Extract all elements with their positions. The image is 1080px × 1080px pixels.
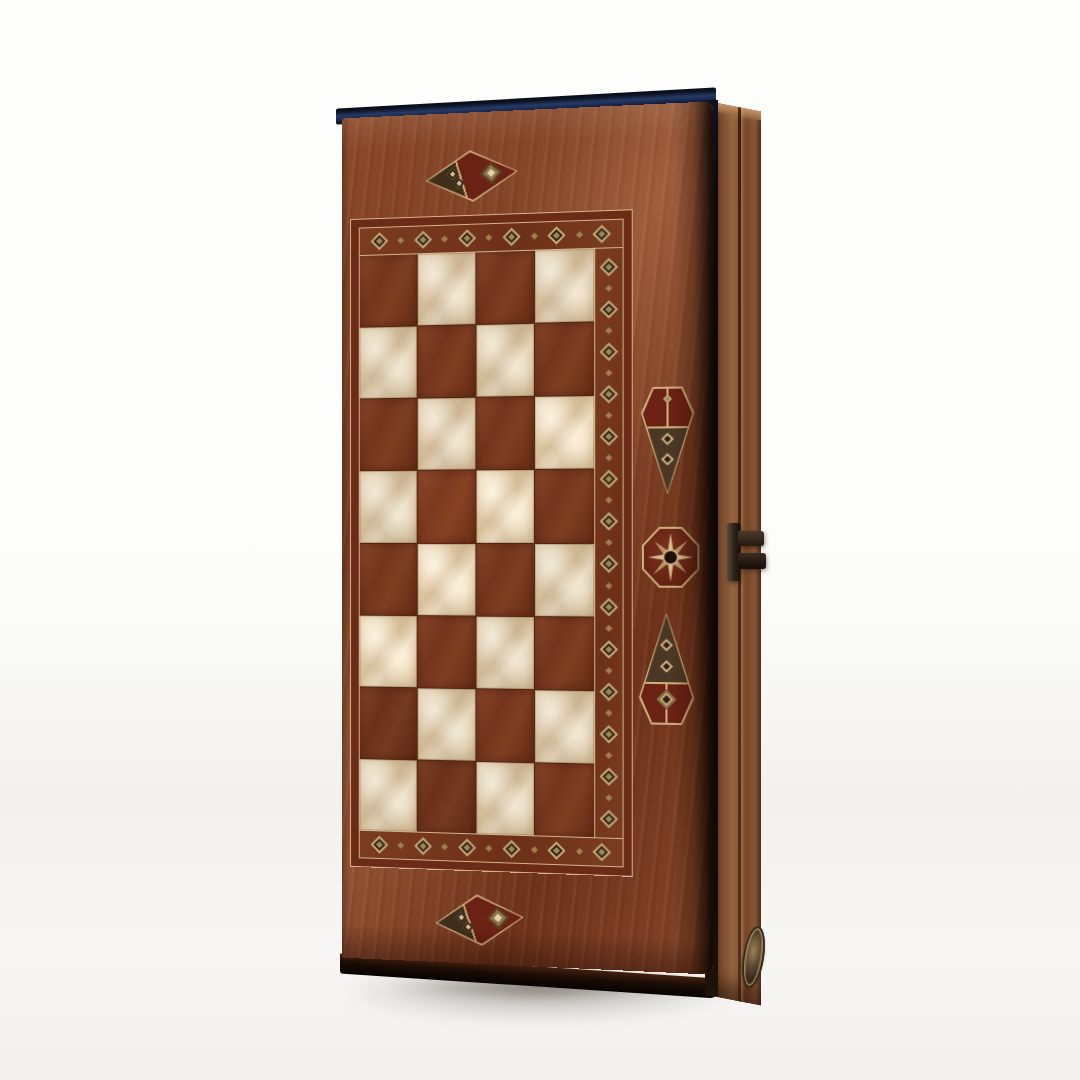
- board-square: [417, 688, 475, 761]
- board-square: [476, 470, 534, 542]
- band-dot-inlay: [605, 582, 612, 589]
- band-diamond-inlay: [600, 682, 619, 701]
- band-dot-inlay: [397, 842, 404, 849]
- inlay-checker-diamond: [447, 169, 458, 180]
- board-square: [476, 397, 534, 470]
- board-square: [360, 687, 417, 759]
- ornament-band-right: [594, 248, 622, 838]
- band-dot-inlay: [605, 794, 612, 801]
- inlay-checker-diamond: [454, 178, 465, 189]
- band-diamond-inlay: [593, 843, 612, 862]
- bottom-diamond-inlay: [433, 891, 527, 948]
- band-diamond-inlay: [600, 258, 619, 277]
- band-dot-inlay: [605, 285, 612, 292]
- board-square: [360, 543, 417, 614]
- band-dot-inlay: [605, 539, 612, 546]
- board-square: [417, 471, 475, 543]
- inlay-divider: [643, 426, 692, 429]
- inlay-eye-diamond: [661, 432, 674, 445]
- inlay-fill: [426, 147, 518, 204]
- band-diamond-inlay: [600, 725, 619, 744]
- band-diamond-inlay: [414, 231, 432, 249]
- board-square: [417, 325, 475, 398]
- band-dot-inlay: [486, 234, 493, 241]
- board-square: [535, 249, 594, 323]
- band-diamond-inlay: [600, 555, 619, 574]
- band-diamond-inlay: [503, 840, 521, 858]
- board-square: [360, 759, 417, 832]
- band-diamond-inlay: [593, 225, 612, 244]
- inlay-checker-diamond: [456, 912, 467, 923]
- band-dot-inlay: [605, 412, 612, 419]
- board-square: [360, 254, 417, 327]
- band-dot-inlay: [441, 843, 448, 850]
- band-dot-inlay: [397, 237, 404, 244]
- band-diamond-inlay: [547, 226, 565, 244]
- band-diamond-inlay: [547, 841, 565, 859]
- case-front-face: [342, 101, 712, 974]
- board-and-right-band: [360, 248, 623, 838]
- board-square: [476, 251, 534, 325]
- band-diamond-inlay: [600, 597, 619, 616]
- inlay-square-diamond: [487, 907, 509, 930]
- band-diamond-inlay: [503, 228, 521, 246]
- band-diamond-inlay: [600, 810, 619, 829]
- board-square: [476, 543, 534, 615]
- inlay-fill: [435, 893, 524, 946]
- band-diamond-inlay: [600, 767, 619, 786]
- band-diamond-inlay: [600, 385, 619, 404]
- band-dot-inlay: [605, 752, 612, 759]
- chessboard: [360, 249, 594, 837]
- band-dot-inlay: [605, 455, 612, 462]
- band-dot-inlay: [605, 624, 612, 631]
- board-square: [535, 690, 594, 764]
- band-dot-inlay: [605, 327, 612, 334]
- inlay-checker-diamond: [462, 922, 473, 933]
- inlay-eye-diamond: [660, 639, 673, 652]
- band-dot-inlay: [605, 370, 612, 377]
- board-square: [535, 544, 594, 617]
- star-rosette-inlay: [642, 527, 700, 588]
- band-diamond-inlay: [458, 838, 476, 856]
- top-diamond-inlay: [424, 145, 520, 207]
- rosette-center: [664, 551, 676, 563]
- band-diamond-inlay: [370, 232, 388, 250]
- board-square: [535, 763, 594, 837]
- product-photo-scene: [0, 0, 1080, 1080]
- inlay-square-diamond: [656, 690, 676, 710]
- inlay-eye-diamond: [660, 660, 673, 673]
- band-diamond-inlay: [600, 300, 619, 319]
- band-dot-inlay: [441, 236, 448, 243]
- clasp-arm: [738, 531, 764, 546]
- metal-clasp-latch: [727, 521, 769, 585]
- board-square: [476, 689, 534, 762]
- board-square: [535, 396, 594, 469]
- band-diamond-inlay: [370, 836, 388, 854]
- band-dot-inlay: [605, 709, 612, 716]
- band-diamond-inlay: [600, 512, 619, 531]
- band-diamond-inlay: [600, 428, 619, 447]
- board-square: [360, 327, 417, 399]
- band-dot-inlay: [576, 848, 583, 855]
- chessboard-frame-inner: [359, 219, 624, 868]
- band-dot-inlay: [531, 846, 538, 853]
- band-diamond-inlay: [458, 229, 476, 247]
- chessboard-frame: [350, 209, 633, 877]
- inlay-square-diamond: [480, 162, 502, 184]
- board-square: [417, 543, 475, 615]
- band-diamond-inlay: [600, 640, 619, 659]
- board-square: [535, 617, 594, 690]
- board-square: [417, 398, 475, 470]
- band-dot-inlay: [605, 497, 612, 504]
- band-diamond-inlay: [414, 837, 432, 855]
- board-square: [476, 324, 534, 397]
- band-dot-inlay: [531, 233, 538, 240]
- inlay-eye-diamond: [661, 453, 674, 466]
- board-square: [360, 471, 417, 542]
- kite-inlay-lower: [639, 613, 694, 725]
- band-dot-inlay: [605, 667, 612, 674]
- band-dot-inlay: [576, 231, 583, 238]
- board-square: [535, 323, 594, 397]
- board-square: [417, 616, 475, 688]
- board-square: [417, 760, 475, 833]
- board-square: [360, 615, 417, 687]
- board-square: [360, 399, 417, 471]
- band-diamond-inlay: [600, 470, 619, 489]
- inlay-dot-diamond: [663, 395, 672, 404]
- board-square: [476, 616, 534, 689]
- band-dot-inlay: [486, 845, 493, 852]
- kite-inlay-upper: [641, 386, 694, 494]
- inlay-divider: [641, 681, 692, 684]
- board-square: [417, 253, 475, 326]
- band-diamond-inlay: [600, 343, 619, 362]
- board-square: [535, 470, 594, 543]
- board-square: [476, 762, 534, 836]
- clasp-arm: [738, 553, 766, 569]
